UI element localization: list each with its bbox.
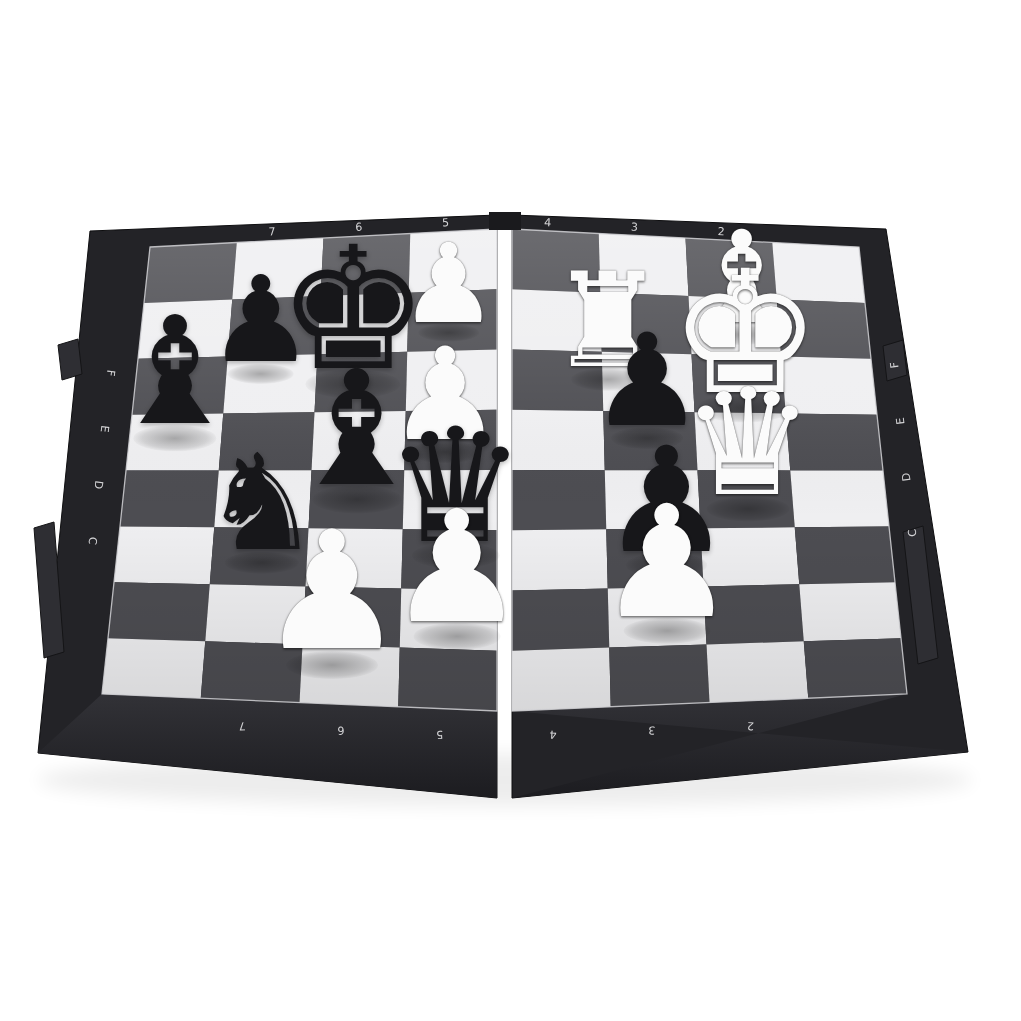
- coordinate-label-top: 6: [355, 221, 363, 234]
- coordinate-label-bottom: 7: [238, 719, 246, 732]
- clasp-left-1: [58, 339, 82, 380]
- product-photo: 765765FEDC432432FEDC ♟♝♟♚♜♚♝♟♟♝♛♞♛♟♟♟♟: [0, 0, 1021, 1021]
- coordinate-label-top: 4: [544, 216, 552, 229]
- clasp-right-1: [883, 340, 907, 381]
- coordinate-label-bottom: 2: [747, 719, 755, 732]
- chess-board: 765765FEDC432432FEDC: [0, 0, 1021, 1021]
- board-half-right: [512, 215, 968, 798]
- board-half-left: [34, 215, 497, 798]
- hinge-tab: [489, 212, 521, 230]
- coordinate-label-bottom: 6: [337, 723, 345, 736]
- coordinate-label-top: 2: [717, 225, 725, 238]
- coordinate-label-top: 7: [268, 225, 276, 238]
- coordinate-label-top: 3: [630, 221, 638, 234]
- coordinate-label-side: D: [900, 472, 914, 482]
- coordinate-label-bottom: 4: [549, 728, 557, 741]
- coordinate-label-bottom: 3: [648, 723, 656, 736]
- surface-sheen-left: [102, 229, 497, 711]
- coordinate-label-side: D: [92, 480, 106, 490]
- coordinate-label-bottom: 5: [436, 728, 444, 741]
- coordinate-label-top: 5: [442, 216, 450, 229]
- surface-sheen-right: [512, 229, 907, 711]
